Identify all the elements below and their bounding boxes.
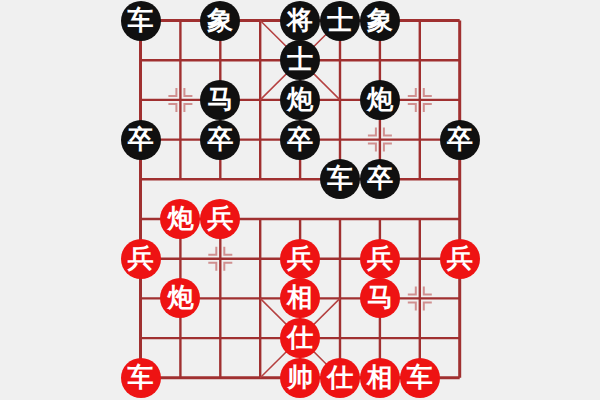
piece-black-cannon[interactable]: 炮 bbox=[280, 80, 320, 120]
piece-black-chariot[interactable]: 车 bbox=[320, 159, 360, 199]
piece-red-chariot[interactable]: 车 bbox=[400, 358, 440, 398]
piece-black-horse[interactable]: 马 bbox=[200, 80, 240, 120]
xiangqi-board-screen: 车象将士象士马炮炮卒卒卒卒车卒炮兵兵兵兵兵炮相马仕车帅仕相车 bbox=[0, 0, 600, 400]
piece-black-advisor[interactable]: 士 bbox=[280, 40, 320, 80]
piece-red-soldier[interactable]: 兵 bbox=[121, 239, 161, 279]
piece-black-soldier[interactable]: 卒 bbox=[440, 120, 480, 160]
piece-black-soldier[interactable]: 卒 bbox=[360, 159, 400, 199]
piece-red-elephant[interactable]: 相 bbox=[280, 278, 320, 318]
piece-red-cannon[interactable]: 炮 bbox=[160, 278, 200, 318]
piece-black-advisor[interactable]: 士 bbox=[320, 1, 360, 41]
piece-red-soldier[interactable]: 兵 bbox=[280, 239, 320, 279]
piece-red-soldier[interactable]: 兵 bbox=[200, 199, 240, 239]
piece-red-chariot[interactable]: 车 bbox=[121, 358, 161, 398]
piece-red-soldier[interactable]: 兵 bbox=[360, 239, 400, 279]
pieces-layer: 车象将士象士马炮炮卒卒卒卒车卒炮兵兵兵兵兵炮相马仕车帅仕相车 bbox=[0, 0, 600, 400]
piece-black-elephant[interactable]: 象 bbox=[200, 1, 240, 41]
piece-black-chariot[interactable]: 车 bbox=[121, 1, 161, 41]
piece-black-cannon[interactable]: 炮 bbox=[360, 80, 400, 120]
piece-red-general[interactable]: 帅 bbox=[280, 358, 320, 398]
piece-red-advisor[interactable]: 仕 bbox=[320, 358, 360, 398]
piece-black-soldier[interactable]: 卒 bbox=[280, 120, 320, 160]
piece-black-soldier[interactable]: 卒 bbox=[121, 120, 161, 160]
piece-black-elephant[interactable]: 象 bbox=[360, 1, 400, 41]
piece-black-soldier[interactable]: 卒 bbox=[200, 120, 240, 160]
piece-red-advisor[interactable]: 仕 bbox=[280, 318, 320, 358]
piece-red-soldier[interactable]: 兵 bbox=[440, 239, 480, 279]
piece-red-cannon[interactable]: 炮 bbox=[160, 199, 200, 239]
piece-black-general[interactable]: 将 bbox=[280, 1, 320, 41]
piece-red-horse[interactable]: 马 bbox=[360, 278, 400, 318]
piece-red-elephant[interactable]: 相 bbox=[360, 358, 400, 398]
